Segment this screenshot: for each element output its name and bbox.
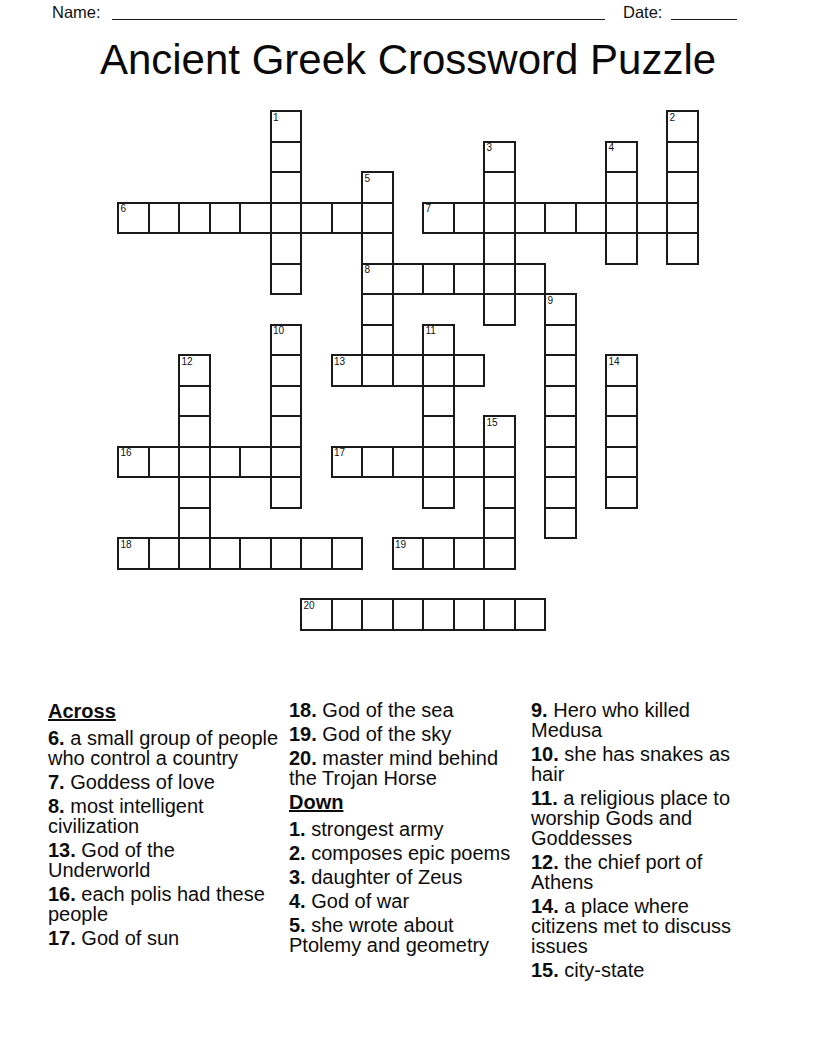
clue-number-18: 18 [121, 540, 132, 550]
clue-down-12: 12. the chief port of Athens [531, 852, 753, 892]
down-header: Down [289, 792, 522, 812]
grid-cell-r5c9[interactable] [392, 263, 425, 296]
grid-cell-r9c14[interactable] [544, 385, 577, 418]
clue-number-label: 9. [531, 699, 548, 721]
grid-cell-r14c3[interactable] [209, 537, 242, 570]
grid-cell-r3c6[interactable] [300, 202, 333, 235]
grid-cell-r5c10[interactable] [422, 263, 455, 296]
grid-cell-r14c7[interactable] [331, 537, 364, 570]
grid-cell-r12c14[interactable] [544, 476, 577, 509]
grid-cell-r11c14[interactable] [544, 446, 577, 479]
grid-cell-r11c1[interactable] [148, 446, 181, 479]
grid-cell-r4c8[interactable] [361, 232, 394, 265]
grid-cell-r10c5[interactable] [270, 415, 303, 448]
grid-cell-r8c14[interactable] [544, 354, 577, 387]
grid-cell-r9c2[interactable] [178, 385, 211, 418]
grid-cell-r3c13[interactable] [514, 202, 547, 235]
clue-across-8: 8. most intelligent civilization [48, 796, 281, 836]
name-label: Name: [52, 3, 101, 22]
clue-number-label: 1. [289, 818, 306, 840]
clue-down-11: 11. a religious place to worship Gods an… [531, 788, 753, 848]
grid-cell-r11c11[interactable] [453, 446, 486, 479]
clue-number-label: 12. [531, 851, 559, 873]
grid-cell-r2c12[interactable] [483, 171, 516, 204]
clue-number-label: 3. [289, 866, 306, 888]
grid-cell-r16c12[interactable] [483, 598, 516, 631]
grid-cell-r7c8[interactable] [361, 324, 394, 357]
grid-cell-r16c13[interactable] [514, 598, 547, 631]
grid-cell-r11c2[interactable] [178, 446, 211, 479]
clue-across-20: 20. master mind behind the Trojan Horse [289, 748, 522, 788]
clue-number-label: 20. [289, 747, 317, 769]
clue-number-13: 13 [334, 357, 345, 367]
clue-number-label: 10. [531, 743, 559, 765]
clue-across-7: 7. Goddess of love [48, 772, 281, 792]
clue-number-9: 9 [548, 296, 554, 306]
grid-cell-r5c5[interactable] [270, 263, 303, 296]
grid-cell-r3c2[interactable] [178, 202, 211, 235]
grid-cell-r16c10[interactable] [422, 598, 455, 631]
grid-cell-r14c12[interactable] [483, 537, 516, 570]
grid-cell-r4c12[interactable] [483, 232, 516, 265]
name-blank-line[interactable] [112, 2, 605, 20]
grid-cell-r11c12[interactable] [483, 446, 516, 479]
grid-cell-r3c15[interactable] [575, 202, 608, 235]
grid-cell-r12c2[interactable] [178, 476, 211, 509]
clue-down-15: 15. city-state [531, 960, 753, 980]
grid-cell-r1c5[interactable] [270, 141, 303, 174]
clues-column-1: Across6. a small group of people who con… [48, 700, 281, 952]
clue-number-5: 5 [365, 174, 371, 184]
grid-cell-r5c11[interactable] [453, 263, 486, 296]
clue-number-label: 17. [48, 927, 76, 949]
clue-down-1: 1. strongest army [289, 819, 522, 839]
clue-number-6: 6 [121, 204, 127, 214]
clue-number-16: 16 [121, 448, 132, 458]
clue-down-9: 9. Hero who killed Medusa [531, 700, 753, 740]
clue-number-2: 2 [670, 113, 676, 123]
clue-across-19: 19. God of the sky [289, 724, 522, 744]
grid-cell-r11c16[interactable] [605, 446, 638, 479]
clue-number-20: 20 [304, 601, 315, 611]
grid-cell-r14c10[interactable] [422, 537, 455, 570]
grid-cell-r11c9[interactable] [392, 446, 425, 479]
clue-number-label: 5. [289, 914, 306, 936]
clue-number-3: 3 [487, 143, 493, 153]
grid-cell-r1c18[interactable] [666, 141, 699, 174]
clue-number-11: 11 [426, 326, 436, 336]
grid-cell-r14c6[interactable] [300, 537, 333, 570]
grid-cell-r12c12[interactable] [483, 476, 516, 509]
grid-cell-r3c1[interactable] [148, 202, 181, 235]
grid-cell-r8c5[interactable] [270, 354, 303, 387]
clue-down-10: 10. she has snakes as hair [531, 744, 753, 784]
clue-number-label: 13. [48, 839, 76, 861]
grid-cell-r2c16[interactable] [605, 171, 638, 204]
clue-across-17: 17. God of sun [48, 928, 281, 948]
grid-cell-r16c9[interactable] [392, 598, 425, 631]
worksheet-page: { "header": { "name_label": "Name:", "da… [0, 0, 816, 1056]
across-header: Across [48, 701, 281, 721]
clue-number-15: 15 [487, 418, 498, 428]
clue-down-14: 14. a place where citizens met to discus… [531, 896, 753, 956]
grid-cell-r6c8[interactable] [361, 293, 394, 326]
grid-cell-r3c14[interactable] [544, 202, 577, 235]
grid-cell-r3c7[interactable] [331, 202, 364, 235]
grid-cell-r3c8[interactable] [361, 202, 394, 235]
grid-cell-r16c7[interactable] [331, 598, 364, 631]
clue-down-5: 5. she wrote about Ptolemy and geometry [289, 915, 522, 955]
grid-cell-r11c8[interactable] [361, 446, 394, 479]
grid-cell-r4c18[interactable] [666, 232, 699, 265]
grid-cell-r11c10[interactable] [422, 446, 455, 479]
grid-cell-r3c18[interactable] [666, 202, 699, 235]
grid-cell-r10c14[interactable] [544, 415, 577, 448]
grid-cell-r3c5[interactable] [270, 202, 303, 235]
clue-number-1: 1 [273, 113, 279, 123]
grid-cell-r12c16[interactable] [605, 476, 638, 509]
clue-across-18: 18. God of the sea [289, 700, 522, 720]
grid-cell-r11c4[interactable] [239, 446, 272, 479]
grid-cell-r12c5[interactable] [270, 476, 303, 509]
clue-number-7: 7 [426, 204, 432, 214]
clue-across-6: 6. a small group of people who control a… [48, 728, 281, 768]
clue-number-4: 4 [609, 143, 615, 153]
clue-number-label: 16. [48, 883, 76, 905]
grid-cell-r8c11[interactable] [453, 354, 486, 387]
grid-cell-r3c12[interactable] [483, 202, 516, 235]
clue-number-10: 10 [273, 326, 284, 336]
grid-cell-r10c16[interactable] [605, 415, 638, 448]
grid-cell-r10c2[interactable] [178, 415, 211, 448]
clue-down-3: 3. daughter of Zeus [289, 867, 522, 887]
grid-cell-r2c18[interactable] [666, 171, 699, 204]
date-label: Date: [623, 3, 662, 22]
clue-number-label: 2. [289, 842, 306, 864]
grid-cell-r14c5[interactable] [270, 537, 303, 570]
grid-cell-r3c11[interactable] [453, 202, 486, 235]
clue-number-8: 8 [365, 265, 371, 275]
page-title: Ancient Greek Crossword Puzzle [0, 36, 816, 84]
grid-cell-r8c8[interactable] [361, 354, 394, 387]
grid-cell-r12c10[interactable] [422, 476, 455, 509]
grid-cell-r2c5[interactable] [270, 171, 303, 204]
crossword-grid: 1234567891011121314151617181920 [117, 110, 699, 631]
grid-cell-r11c3[interactable] [209, 446, 242, 479]
grid-cell-r16c11[interactable] [453, 598, 486, 631]
clue-across-16: 16. each polis had these people [48, 884, 281, 924]
clues-column-3: 9. Hero who killed Medusa10. she has sna… [531, 700, 753, 984]
clue-number-label: 8. [48, 795, 65, 817]
clues-column-2: 18. God of the sea19. God of the sky20. … [289, 700, 522, 959]
clue-number-label: 7. [48, 771, 65, 793]
clue-number-12: 12 [182, 357, 193, 367]
clue-number-19: 19 [395, 540, 406, 550]
clue-number-14: 14 [609, 357, 620, 367]
grid-cell-r3c17[interactable] [636, 202, 669, 235]
grid-cell-r9c10[interactable] [422, 385, 455, 418]
grid-cell-r3c16[interactable] [605, 202, 638, 235]
grid-cell-r6c12[interactable] [483, 293, 516, 326]
clue-number-label: 11. [531, 787, 558, 809]
grid-cell-r4c16[interactable] [605, 232, 638, 265]
grid-cell-r13c2[interactable] [178, 507, 211, 540]
clue-number-label: 4. [289, 890, 306, 912]
grid-cell-r14c1[interactable] [148, 537, 181, 570]
grid-cell-r5c13[interactable] [514, 263, 547, 296]
clue-number-label: 15. [531, 959, 559, 981]
grid-cell-r16c8[interactable] [361, 598, 394, 631]
grid-cell-r14c2[interactable] [178, 537, 211, 570]
grid-cell-r9c5[interactable] [270, 385, 303, 418]
grid-cell-r8c9[interactable] [392, 354, 425, 387]
grid-cell-r10c10[interactable] [422, 415, 455, 448]
grid-cell-r14c11[interactable] [453, 537, 486, 570]
clue-number-label: 18. [289, 699, 317, 721]
clue-number-label: 6. [48, 727, 65, 749]
grid-cell-r3c4[interactable] [239, 202, 272, 235]
grid-cell-r13c12[interactable] [483, 507, 516, 540]
clue-number-17: 17 [334, 448, 345, 458]
date-blank-line[interactable] [671, 2, 737, 20]
clue-number-label: 19. [289, 723, 317, 745]
grid-cell-r14c4[interactable] [239, 537, 272, 570]
clue-down-2: 2. composes epic poems [289, 843, 522, 863]
grid-cell-r3c3[interactable] [209, 202, 242, 235]
grid-cell-r11c5[interactable] [270, 446, 303, 479]
clue-number-label: 14. [531, 895, 559, 917]
grid-cell-r7c14[interactable] [544, 324, 577, 357]
grid-cell-r9c16[interactable] [605, 385, 638, 418]
grid-cell-r4c5[interactable] [270, 232, 303, 265]
grid-cell-r5c12[interactable] [483, 263, 516, 296]
grid-cell-r13c14[interactable] [544, 507, 577, 540]
grid-cell-r8c10[interactable] [422, 354, 455, 387]
clue-down-4: 4. God of war [289, 891, 522, 911]
clue-across-13: 13. God of the Underworld [48, 840, 281, 880]
